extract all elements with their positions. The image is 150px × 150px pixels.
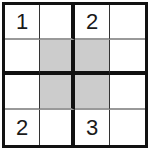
cell-r1c1-given[interactable]: 1 — [5, 5, 40, 40]
cell-r1c2-empty[interactable] — [40, 5, 75, 40]
cell-r2c2-shaded[interactable] — [40, 40, 75, 75]
cell-r1c4-empty[interactable] — [110, 5, 145, 40]
cell-r3c3-shaded[interactable] — [75, 75, 110, 110]
cell-r4c1-given[interactable]: 2 — [5, 110, 40, 145]
cell-r2c4-empty[interactable] — [110, 40, 145, 75]
cell-r2c3-shaded[interactable] — [75, 40, 110, 75]
cell-r3c2-shaded[interactable] — [40, 75, 75, 110]
cell-r4c3-given[interactable]: 3 — [75, 110, 110, 145]
cell-r3c4-empty[interactable] — [110, 75, 145, 110]
cell-r4c2-empty[interactable] — [40, 110, 75, 145]
puzzle-board: 1223 — [2, 2, 148, 148]
cell-r2c1-empty[interactable] — [5, 40, 40, 75]
cell-r3c1-empty[interactable] — [5, 75, 40, 110]
cell-r4c4-empty[interactable] — [110, 110, 145, 145]
cell-r1c3-given[interactable]: 2 — [75, 5, 110, 40]
puzzle-stage: 1223 — [0, 0, 150, 150]
